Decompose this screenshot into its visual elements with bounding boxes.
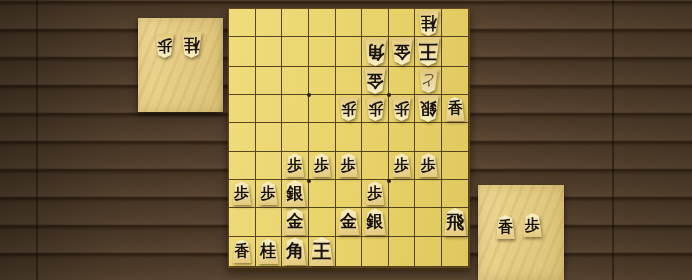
piece-sente-pawn[interactable]: 歩: [231, 181, 252, 205]
square-8-7[interactable]: 歩: [256, 180, 283, 208]
square-4-8[interactable]: 銀: [362, 208, 389, 237]
piece-glyph: 歩: [418, 153, 439, 177]
piece-gote-bishop[interactable]: 角: [363, 38, 388, 66]
square-7-9[interactable]: 角: [282, 237, 309, 267]
square-6-7[interactable]: [309, 180, 336, 208]
square-3-1[interactable]: [389, 9, 416, 37]
piece-glyph: 歩: [522, 213, 543, 237]
piece-sente-lance[interactable]: 香: [231, 239, 252, 263]
piece-glyph: 桂: [257, 238, 280, 264]
square-3-5[interactable]: [389, 123, 416, 151]
square-5-5[interactable]: [336, 123, 363, 151]
square-5-9[interactable]: [336, 237, 363, 267]
square-5-2[interactable]: [336, 37, 363, 67]
piece-gote-knight[interactable]: 桂: [417, 10, 440, 36]
hand-piece-sente-lance[interactable]: 香: [495, 215, 516, 239]
square-9-5[interactable]: [229, 123, 256, 151]
board-grid: 桂角金王金と歩歩歩銀香歩歩歩歩歩歩歩銀歩金金銀飛香桂角王: [229, 9, 469, 267]
square-8-2[interactable]: [256, 37, 283, 67]
square-4-4[interactable]: 歩: [362, 95, 389, 123]
shogi-board: 桂角金王金と歩歩歩銀香歩歩歩歩歩歩歩銀歩金金銀飛香桂角王: [228, 8, 470, 268]
square-1-7[interactable]: [442, 180, 469, 208]
square-7-2[interactable]: [282, 37, 309, 67]
piece-glyph: 金: [283, 208, 307, 235]
piece-glyph: 歩: [231, 181, 252, 205]
square-9-7[interactable]: 歩: [229, 180, 256, 208]
square-1-2[interactable]: [442, 37, 469, 67]
piece-glyph: 金: [363, 67, 387, 94]
piece-gote-silver[interactable]: 銀: [416, 95, 440, 122]
piece-glyph: 桂: [180, 32, 203, 58]
piece-glyph: 香: [445, 97, 466, 121]
square-7-5[interactable]: [282, 123, 309, 151]
square-3-3[interactable]: [389, 67, 416, 95]
piece-sente-gold[interactable]: 金: [336, 208, 360, 235]
square-6-6[interactable]: 歩: [309, 152, 336, 180]
square-3-8[interactable]: [389, 208, 416, 237]
square-6-9[interactable]: 王: [309, 237, 336, 267]
hand-piece-sente-pawn[interactable]: 歩: [522, 213, 543, 237]
square-7-4[interactable]: [282, 95, 309, 123]
komadai-sente: 香歩: [478, 185, 564, 280]
square-7-7[interactable]: 銀: [282, 180, 309, 208]
square-7-3[interactable]: [282, 67, 309, 95]
square-8-4[interactable]: [256, 95, 283, 123]
square-3-2[interactable]: 金: [389, 37, 416, 67]
square-8-3[interactable]: [256, 67, 283, 95]
square-5-7[interactable]: [336, 180, 363, 208]
square-2-9[interactable]: [415, 237, 442, 267]
piece-glyph: 金: [336, 208, 360, 235]
square-2-1[interactable]: 桂: [415, 9, 442, 37]
piece-sente-gold[interactable]: 金: [283, 208, 307, 235]
square-2-2[interactable]: 王: [415, 37, 442, 67]
square-9-9[interactable]: 香: [229, 237, 256, 267]
piece-glyph: 王: [415, 37, 441, 66]
table-plank-seam: [36, 0, 38, 280]
piece-sente-pawn[interactable]: 歩: [311, 153, 332, 177]
piece-glyph: 歩: [258, 181, 279, 205]
square-2-3[interactable]: と: [415, 67, 442, 95]
piece-sente-silver[interactable]: 銀: [363, 208, 387, 235]
square-2-6[interactable]: 歩: [415, 152, 442, 180]
hand-piece-gote-knight[interactable]: 桂: [180, 32, 203, 58]
square-1-1[interactable]: [442, 9, 469, 37]
hoshi-dot: [307, 179, 311, 183]
piece-glyph: 角: [282, 237, 307, 265]
piece-sente-pawn[interactable]: 歩: [418, 153, 439, 177]
square-9-6[interactable]: [229, 152, 256, 180]
square-2-4[interactable]: 銀: [415, 95, 442, 123]
square-6-1[interactable]: [309, 9, 336, 37]
square-9-4[interactable]: [229, 95, 256, 123]
piece-gote-gold[interactable]: 金: [363, 67, 387, 94]
piece-sente-bishop[interactable]: 角: [282, 237, 307, 265]
piece-sente-king[interactable]: 王: [309, 237, 335, 266]
square-1-9[interactable]: [442, 237, 469, 267]
square-5-8[interactable]: 金: [336, 208, 363, 237]
square-5-6[interactable]: 歩: [336, 152, 363, 180]
piece-glyph: 歩: [338, 153, 359, 177]
piece-gote-king[interactable]: 王: [415, 37, 441, 66]
piece-glyph: 銀: [283, 180, 307, 207]
square-8-1[interactable]: [256, 9, 283, 37]
piece-sente-pawn[interactable]: 歩: [338, 153, 359, 177]
piece-glyph: と: [418, 69, 439, 93]
shogi-photo-scene: 歩桂 香歩 桂角金王金と歩歩歩銀香歩歩歩歩歩歩歩銀歩金金銀飛香桂角王: [0, 0, 692, 280]
square-4-7[interactable]: 歩: [362, 180, 389, 208]
square-2-5[interactable]: [415, 123, 442, 151]
piece-gote-pawn[interactable]: 歩: [365, 97, 386, 121]
piece-glyph: 歩: [391, 153, 412, 177]
square-4-3[interactable]: 金: [362, 67, 389, 95]
hoshi-dot: [387, 179, 391, 183]
square-3-9[interactable]: [389, 237, 416, 267]
square-9-3[interactable]: [229, 67, 256, 95]
square-1-4[interactable]: 香: [442, 95, 469, 123]
square-1-8[interactable]: 飛: [442, 208, 469, 237]
square-2-7[interactable]: [415, 180, 442, 208]
piece-glyph: 飛: [443, 208, 468, 236]
piece-glyph: 金: [390, 38, 414, 65]
piece-glyph: 歩: [391, 97, 412, 121]
square-6-3[interactable]: [309, 67, 336, 95]
square-4-5[interactable]: [362, 123, 389, 151]
komadai-gote: 歩桂: [138, 18, 223, 112]
square-7-8[interactable]: 金: [282, 208, 309, 237]
square-3-7[interactable]: [389, 180, 416, 208]
square-6-2[interactable]: [309, 37, 336, 67]
piece-glyph: 歩: [365, 97, 386, 121]
piece-glyph: 歩: [338, 97, 359, 121]
square-9-8[interactable]: [229, 208, 256, 237]
square-8-6[interactable]: [256, 152, 283, 180]
piece-glyph: 銀: [363, 208, 387, 235]
square-8-5[interactable]: [256, 123, 283, 151]
piece-gote-tokin[interactable]: と: [418, 69, 439, 93]
square-6-4[interactable]: [309, 95, 336, 123]
piece-sente-pawn[interactable]: 歩: [391, 153, 412, 177]
square-5-3[interactable]: [336, 67, 363, 95]
square-4-9[interactable]: [362, 237, 389, 267]
piece-glyph: 歩: [284, 153, 305, 177]
piece-glyph: 歩: [311, 153, 332, 177]
hand-piece-gote-pawn[interactable]: 歩: [154, 34, 175, 58]
square-2-8[interactable]: [415, 208, 442, 237]
square-4-1[interactable]: [362, 9, 389, 37]
square-1-6[interactable]: [442, 152, 469, 180]
piece-sente-pawn[interactable]: 歩: [258, 181, 279, 205]
piece-gote-pawn[interactable]: 歩: [338, 97, 359, 121]
piece-glyph: 歩: [154, 34, 175, 58]
square-6-8[interactable]: [309, 208, 336, 237]
piece-sente-knight[interactable]: 桂: [257, 238, 280, 264]
piece-sente-pawn[interactable]: 歩: [365, 181, 386, 205]
square-3-4[interactable]: 歩: [389, 95, 416, 123]
piece-glyph: 銀: [416, 95, 440, 122]
piece-glyph: 王: [309, 237, 335, 266]
square-6-5[interactable]: [309, 123, 336, 151]
square-8-8[interactable]: [256, 208, 283, 237]
table-plank-seam: [612, 0, 614, 280]
piece-sente-silver[interactable]: 銀: [283, 180, 307, 207]
square-7-1[interactable]: [282, 9, 309, 37]
square-1-3[interactable]: [442, 67, 469, 95]
piece-sente-rook[interactable]: 飛: [443, 208, 468, 236]
square-7-6[interactable]: 歩: [282, 152, 309, 180]
square-5-1[interactable]: [336, 9, 363, 37]
piece-glyph: 香: [495, 215, 516, 239]
hoshi-dot: [307, 93, 311, 97]
piece-glyph: 角: [363, 38, 388, 66]
piece-glyph: 桂: [417, 10, 440, 36]
square-4-6[interactable]: [362, 152, 389, 180]
piece-sente-pawn[interactable]: 歩: [284, 153, 305, 177]
piece-gote-gold[interactable]: 金: [390, 38, 414, 65]
square-8-9[interactable]: 桂: [256, 237, 283, 267]
piece-sente-lance[interactable]: 香: [445, 97, 466, 121]
piece-glyph: 歩: [365, 181, 386, 205]
square-5-4[interactable]: 歩: [336, 95, 363, 123]
square-9-1[interactable]: [229, 9, 256, 37]
piece-gote-pawn[interactable]: 歩: [391, 97, 412, 121]
piece-glyph: 香: [231, 239, 252, 263]
square-9-2[interactable]: [229, 37, 256, 67]
square-1-5[interactable]: [442, 123, 469, 151]
square-4-2[interactable]: 角: [362, 37, 389, 67]
square-3-6[interactable]: 歩: [389, 152, 416, 180]
